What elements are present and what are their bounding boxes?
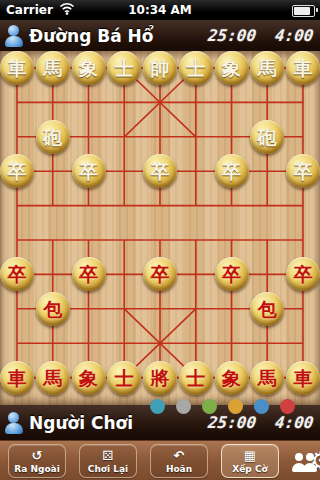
piece-black-cannon[interactable]: 砲	[250, 120, 284, 154]
piece-red-chariot[interactable]: 車	[0, 361, 34, 395]
piece-black-cannon[interactable]: 砲	[36, 120, 70, 154]
piece-red-chariot[interactable]: 車	[286, 361, 320, 395]
toolbar: ↺ Ra Ngoài ⚄ Chơi Lại ↶ Hoãn ▦ Xếp Cờ ⚙	[0, 440, 320, 480]
player-avatar-icon	[5, 412, 23, 434]
watermark-dot	[150, 399, 165, 414]
opponent-avatar-icon	[5, 25, 23, 47]
piece-red-cannon[interactable]: 包	[250, 292, 284, 326]
piece-red-advisor[interactable]: 士	[107, 361, 141, 395]
piece-black-chariot[interactable]: 車	[0, 51, 34, 85]
piece-red-advisor[interactable]: 士	[179, 361, 213, 395]
piece-black-soldier[interactable]: 卒	[215, 154, 249, 188]
piece-black-chariot[interactable]: 車	[286, 51, 320, 85]
setup-board-button[interactable]: ▦ Xếp Cờ	[221, 444, 279, 478]
piece-red-elephant[interactable]: 象	[215, 361, 249, 395]
piece-red-elephant[interactable]: 象	[72, 361, 106, 395]
piece-red-cannon[interactable]: 包	[36, 292, 70, 326]
people-icon	[303, 453, 317, 472]
piece-black-soldier[interactable]: 卒	[143, 154, 177, 188]
xiangqi-board[interactable]: 車馬象士帥士象馬車砲砲卒卒卒卒卒卒卒卒卒卒包包車馬象士將士象馬車 Downloa…	[0, 51, 320, 405]
watermark-dots	[150, 399, 295, 414]
app-screen: Carrier 10:34 AM Đường Bá Hổ 25:00 4:00	[0, 0, 320, 480]
status-time: 10:34 AM	[0, 3, 320, 17]
piece-black-horse[interactable]: 馬	[36, 51, 70, 85]
setup-label: Xếp Cờ	[232, 464, 267, 474]
watermark-dot	[254, 399, 269, 414]
exit-label: Ra Ngoài	[14, 464, 59, 474]
piece-black-soldier[interactable]: 卒	[286, 154, 320, 188]
piece-black-general[interactable]: 帥	[143, 51, 177, 85]
exit-button[interactable]: ↺ Ra Ngoài	[8, 444, 66, 478]
piece-black-soldier[interactable]: 卒	[0, 154, 34, 188]
board-grid	[0, 51, 320, 405]
opponent-clock-move: 4:00	[274, 26, 315, 45]
piece-black-horse[interactable]: 馬	[250, 51, 284, 85]
piece-red-soldier[interactable]: 卒	[215, 257, 249, 291]
watermark-dot	[202, 399, 217, 414]
opponent-name: Đường Bá Hổ	[29, 26, 153, 46]
watermark-dot	[176, 399, 191, 414]
watermark-dot	[280, 399, 295, 414]
undo-label: Hoãn	[166, 464, 192, 474]
replay-dice-icon: ⚄	[102, 449, 113, 462]
piece-red-general[interactable]: 將	[143, 361, 177, 395]
battery-icon	[292, 5, 315, 17]
status-bar: Carrier 10:34 AM	[0, 0, 320, 20]
piece-black-advisor[interactable]: 士	[107, 51, 141, 85]
undo-icon: ↶	[174, 449, 185, 462]
undo-button[interactable]: ↶ Hoãn	[150, 444, 208, 478]
player-clock-move: 4:00	[274, 413, 315, 432]
watermark-dot	[228, 399, 243, 414]
piece-black-soldier[interactable]: 卒	[72, 154, 106, 188]
setup-grid-icon: ▦	[244, 449, 256, 462]
opponent-clock-total: 25:00	[207, 26, 257, 45]
piece-black-elephant[interactable]: 象	[215, 51, 249, 85]
player-name: Người Chơi	[29, 413, 133, 433]
piece-black-elephant[interactable]: 象	[72, 51, 106, 85]
piece-black-advisor[interactable]: 士	[179, 51, 213, 85]
piece-red-soldier[interactable]: 卒	[72, 257, 106, 291]
piece-red-horse[interactable]: 馬	[250, 361, 284, 395]
opponent-bar: Đường Bá Hổ 25:00 4:00	[0, 20, 320, 51]
player-clock-total: 25:00	[207, 413, 257, 432]
piece-red-horse[interactable]: 馬	[36, 361, 70, 395]
exit-icon: ↺	[32, 449, 43, 462]
replay-button[interactable]: ⚄ Chơi Lại	[79, 444, 137, 478]
replay-label: Chơi Lại	[88, 464, 128, 474]
